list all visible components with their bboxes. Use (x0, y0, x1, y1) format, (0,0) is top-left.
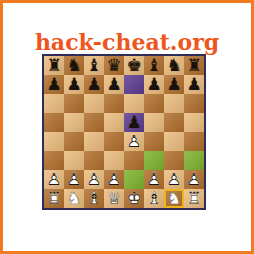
square-f4[interactable] (144, 132, 164, 151)
square-b1[interactable]: ♞♘ (64, 189, 84, 208)
square-f1[interactable]: ♝♗ (144, 189, 164, 208)
square-d7[interactable]: ♟ (104, 75, 124, 94)
black-knight-icon: ♞ (164, 56, 184, 75)
square-h5[interactable] (184, 113, 204, 132)
square-e2[interactable] (124, 170, 144, 189)
square-a8[interactable]: ♜ (44, 56, 64, 75)
square-c5[interactable] (84, 113, 104, 132)
square-b8[interactable]: ♞ (64, 56, 84, 75)
square-f6[interactable] (144, 94, 164, 113)
square-h4[interactable] (184, 132, 204, 151)
black-pawn-icon: ♟ (104, 75, 124, 94)
black-queen-icon: ♛ (104, 56, 124, 75)
square-f2[interactable]: ♟♙ (144, 170, 164, 189)
square-a6[interactable] (44, 94, 64, 113)
black-king-icon: ♚ (124, 56, 144, 75)
white-king-icon: ♚♔ (124, 189, 144, 208)
square-e3[interactable] (124, 151, 144, 170)
black-pawn-icon: ♟ (124, 113, 144, 132)
square-e7[interactable] (124, 75, 144, 94)
square-b7[interactable]: ♟ (64, 75, 84, 94)
white-queen-icon: ♛♕ (104, 189, 124, 208)
white-pawn-icon: ♟♙ (164, 170, 184, 189)
square-a7[interactable]: ♟ (44, 75, 64, 94)
square-g1[interactable]: ♞♘ (164, 189, 184, 208)
square-c2[interactable]: ♟♙ (84, 170, 104, 189)
square-g6[interactable] (164, 94, 184, 113)
page-frame: hack-cheat.org ♜♞♝♛♚♝♞♜♟♟♟♟♟♟♟♟♟♙♟♙♟♙♟♙♟… (0, 0, 254, 254)
black-bishop-icon: ♝ (144, 56, 164, 75)
square-c7[interactable]: ♟ (84, 75, 104, 94)
square-h8[interactable]: ♜ (184, 56, 204, 75)
white-bishop-icon: ♝♗ (84, 189, 104, 208)
square-d5[interactable] (104, 113, 124, 132)
watermark-text: hack-cheat.org (3, 29, 251, 55)
white-pawn-icon: ♟♙ (104, 170, 124, 189)
white-pawn-icon: ♟♙ (184, 170, 204, 189)
white-knight-icon: ♞♘ (164, 189, 184, 208)
square-c8[interactable]: ♝ (84, 56, 104, 75)
square-a5[interactable] (44, 113, 64, 132)
square-h2[interactable]: ♟♙ (184, 170, 204, 189)
square-e6[interactable] (124, 94, 144, 113)
white-knight-icon: ♞♘ (64, 189, 84, 208)
square-f3[interactable] (144, 151, 164, 170)
square-g5[interactable] (164, 113, 184, 132)
square-e8[interactable]: ♚ (124, 56, 144, 75)
square-g4[interactable] (164, 132, 184, 151)
white-pawn-icon: ♟♙ (84, 170, 104, 189)
black-pawn-icon: ♟ (164, 75, 184, 94)
square-b5[interactable] (64, 113, 84, 132)
black-pawn-icon: ♟ (184, 75, 204, 94)
square-g3[interactable] (164, 151, 184, 170)
square-g8[interactable]: ♞ (164, 56, 184, 75)
square-c6[interactable] (84, 94, 104, 113)
black-pawn-icon: ♟ (44, 75, 64, 94)
chess-board: ♜♞♝♛♚♝♞♜♟♟♟♟♟♟♟♟♟♙♟♙♟♙♟♙♟♙♟♙♟♙♟♙♜♖♞♘♝♗♛♕… (42, 54, 206, 210)
black-pawn-icon: ♟ (84, 75, 104, 94)
black-bishop-icon: ♝ (84, 56, 104, 75)
square-d3[interactable] (104, 151, 124, 170)
square-e4[interactable]: ♟♙ (124, 132, 144, 151)
square-f5[interactable] (144, 113, 164, 132)
square-g2[interactable]: ♟♙ (164, 170, 184, 189)
square-d6[interactable] (104, 94, 124, 113)
square-d2[interactable]: ♟♙ (104, 170, 124, 189)
square-b2[interactable]: ♟♙ (64, 170, 84, 189)
square-b3[interactable] (64, 151, 84, 170)
white-pawn-icon: ♟♙ (44, 170, 64, 189)
square-a2[interactable]: ♟♙ (44, 170, 64, 189)
square-a1[interactable]: ♜♖ (44, 189, 64, 208)
square-d8[interactable]: ♛ (104, 56, 124, 75)
black-rook-icon: ♜ (184, 56, 204, 75)
square-c3[interactable] (84, 151, 104, 170)
square-h3[interactable] (184, 151, 204, 170)
square-e1[interactable]: ♚♔ (124, 189, 144, 208)
white-pawn-icon: ♟♙ (144, 170, 164, 189)
square-b4[interactable] (64, 132, 84, 151)
square-c4[interactable] (84, 132, 104, 151)
black-pawn-icon: ♟ (64, 75, 84, 94)
square-b6[interactable] (64, 94, 84, 113)
square-h7[interactable]: ♟ (184, 75, 204, 94)
square-d1[interactable]: ♛♕ (104, 189, 124, 208)
square-f7[interactable]: ♟ (144, 75, 164, 94)
white-pawn-icon: ♟♙ (64, 170, 84, 189)
white-pawn-icon: ♟♙ (124, 132, 144, 151)
square-a3[interactable] (44, 151, 64, 170)
square-h1[interactable]: ♜♖ (184, 189, 204, 208)
white-rook-icon: ♜♖ (184, 189, 204, 208)
square-d4[interactable] (104, 132, 124, 151)
black-rook-icon: ♜ (44, 56, 64, 75)
white-rook-icon: ♜♖ (44, 189, 64, 208)
black-knight-icon: ♞ (64, 56, 84, 75)
square-e5[interactable]: ♟ (124, 113, 144, 132)
white-bishop-icon: ♝♗ (144, 189, 164, 208)
square-g7[interactable]: ♟ (164, 75, 184, 94)
square-a4[interactable] (44, 132, 64, 151)
black-pawn-icon: ♟ (144, 75, 164, 94)
square-h6[interactable] (184, 94, 204, 113)
square-c1[interactable]: ♝♗ (84, 189, 104, 208)
square-f8[interactable]: ♝ (144, 56, 164, 75)
